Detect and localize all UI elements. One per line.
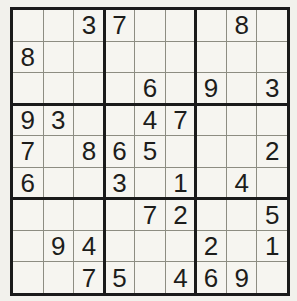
cell-r9c9[interactable]: [257, 262, 287, 293]
cell-r9c8[interactable]: 9: [227, 262, 257, 293]
cell-r1c1[interactable]: [13, 10, 43, 41]
cell-r1c3[interactable]: 3: [74, 10, 104, 41]
cell-r6c4[interactable]: 3: [105, 168, 135, 199]
cell-r3c7[interactable]: 9: [196, 73, 226, 104]
cell-r6c5[interactable]: [135, 168, 165, 199]
cell-r8c1[interactable]: [13, 231, 43, 262]
cell-r3c1[interactable]: [13, 73, 43, 104]
cell-r1c5[interactable]: [135, 10, 165, 41]
cell-r5c3[interactable]: 8: [74, 136, 104, 167]
cell-r3c5[interactable]: 6: [135, 73, 165, 104]
cell-r6c6[interactable]: 1: [166, 168, 196, 199]
cell-r4c5[interactable]: 4: [135, 105, 165, 136]
cell-r4c3[interactable]: [74, 105, 104, 136]
cell-r6c3[interactable]: [74, 168, 104, 199]
cell-r4c2[interactable]: 3: [44, 105, 74, 136]
cell-r6c7[interactable]: [196, 168, 226, 199]
cell-r2c8[interactable]: [227, 42, 257, 73]
cell-r6c2[interactable]: [44, 168, 74, 199]
cell-r7c2[interactable]: [44, 199, 74, 230]
cell-r9c6[interactable]: 4: [166, 262, 196, 293]
cell-r7c5[interactable]: 7: [135, 199, 165, 230]
cell-r5c7[interactable]: [196, 136, 226, 167]
cell-r8c4[interactable]: [105, 231, 135, 262]
cell-r1c8[interactable]: 8: [227, 10, 257, 41]
cell-r8c6[interactable]: [166, 231, 196, 262]
cell-r8c5[interactable]: [135, 231, 165, 262]
cell-r2c2[interactable]: [44, 42, 74, 73]
cell-r2c1[interactable]: 8: [13, 42, 43, 73]
cell-r8c9[interactable]: 1: [257, 231, 287, 262]
cell-r4c4[interactable]: [105, 105, 135, 136]
cell-r2c7[interactable]: [196, 42, 226, 73]
cell-r7c9[interactable]: 5: [257, 199, 287, 230]
cell-r1c4[interactable]: 7: [105, 10, 135, 41]
cell-r4c1[interactable]: 9: [13, 105, 43, 136]
page-background: 37886939347786526314725942175469: [0, 0, 297, 301]
cell-r5c2[interactable]: [44, 136, 74, 167]
cell-r5c6[interactable]: [166, 136, 196, 167]
cell-r9c5[interactable]: [135, 262, 165, 293]
cell-r9c2[interactable]: [44, 262, 74, 293]
cell-r8c8[interactable]: [227, 231, 257, 262]
cell-r5c4[interactable]: 6: [105, 136, 135, 167]
cell-r4c6[interactable]: 7: [166, 105, 196, 136]
cell-r3c2[interactable]: [44, 73, 74, 104]
cell-r5c1[interactable]: 7: [13, 136, 43, 167]
cell-r8c3[interactable]: 4: [74, 231, 104, 262]
sudoku-board: 37886939347786526314725942175469: [10, 7, 290, 296]
cell-r9c7[interactable]: 6: [196, 262, 226, 293]
cell-r2c5[interactable]: [135, 42, 165, 73]
cell-r1c7[interactable]: [196, 10, 226, 41]
cell-r1c6[interactable]: [166, 10, 196, 41]
cell-r2c4[interactable]: [105, 42, 135, 73]
cell-r8c2[interactable]: 9: [44, 231, 74, 262]
cell-r7c7[interactable]: [196, 199, 226, 230]
cell-r7c1[interactable]: [13, 199, 43, 230]
cell-r9c4[interactable]: 5: [105, 262, 135, 293]
cell-r1c2[interactable]: [44, 10, 74, 41]
cell-r3c3[interactable]: [74, 73, 104, 104]
cell-r4c9[interactable]: [257, 105, 287, 136]
cell-r6c9[interactable]: [257, 168, 287, 199]
cell-r9c3[interactable]: 7: [74, 262, 104, 293]
cell-r2c9[interactable]: [257, 42, 287, 73]
cell-r2c3[interactable]: [74, 42, 104, 73]
cell-r5c8[interactable]: [227, 136, 257, 167]
cell-r9c1[interactable]: [13, 262, 43, 293]
cell-r3c4[interactable]: [105, 73, 135, 104]
cell-r7c6[interactable]: 2: [166, 199, 196, 230]
cell-r3c8[interactable]: [227, 73, 257, 104]
cell-r1c9[interactable]: [257, 10, 287, 41]
cell-r3c6[interactable]: [166, 73, 196, 104]
cell-r5c5[interactable]: 5: [135, 136, 165, 167]
cell-r7c8[interactable]: [227, 199, 257, 230]
cell-r6c1[interactable]: 6: [13, 168, 43, 199]
cell-r6c8[interactable]: 4: [227, 168, 257, 199]
cell-r3c9[interactable]: 3: [257, 73, 287, 104]
cell-r2c6[interactable]: [166, 42, 196, 73]
cell-r4c7[interactable]: [196, 105, 226, 136]
cell-r4c8[interactable]: [227, 105, 257, 136]
cell-r7c4[interactable]: [105, 199, 135, 230]
cell-r8c7[interactable]: 2: [196, 231, 226, 262]
cell-r5c9[interactable]: 2: [257, 136, 287, 167]
cell-r7c3[interactable]: [74, 199, 104, 230]
